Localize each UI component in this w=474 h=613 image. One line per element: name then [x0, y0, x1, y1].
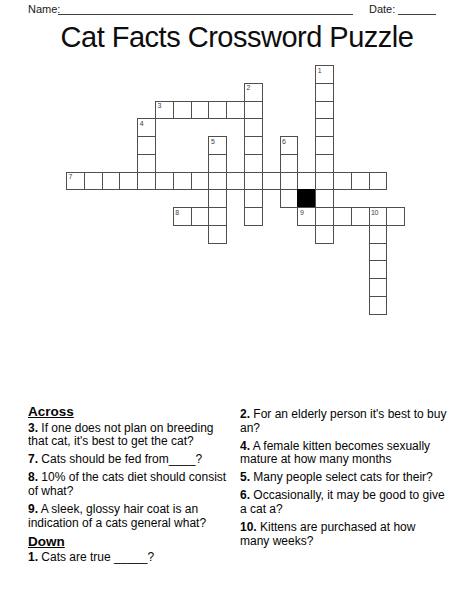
grid-cell[interactable]	[262, 172, 281, 191]
clue-number: 4.	[240, 439, 250, 453]
cell-number: 6	[282, 138, 285, 145]
grid-cell[interactable]	[280, 154, 299, 173]
cell-number: 3	[158, 102, 161, 109]
clue-column-right: 2. For an elderly person it's best to bu…	[240, 408, 447, 553]
grid-cell[interactable]	[333, 172, 352, 191]
cell-number: 4	[140, 120, 143, 127]
grid-cell[interactable]	[369, 296, 388, 315]
clue-down-6: 6. Occasionally, it may be good to give …	[240, 489, 447, 516]
down-header: Down	[28, 535, 228, 549]
grid-cell[interactable]: 3	[155, 101, 174, 120]
grid-cell[interactable]: 7	[66, 172, 85, 191]
grid-cell[interactable]	[173, 101, 192, 120]
grid-cell[interactable]: 9	[297, 207, 316, 226]
grid-cell[interactable]	[208, 101, 227, 120]
clue-across-8: 8. 10% of the cats diet should consist o…	[28, 471, 228, 498]
cell-number: 1	[318, 67, 321, 74]
grid-cell[interactable]	[191, 172, 210, 191]
grid-cell[interactable]	[244, 136, 263, 155]
clue-number: 3.	[28, 421, 38, 435]
grid-cell[interactable]: 6	[280, 136, 299, 155]
grid-cell[interactable]	[244, 207, 263, 226]
clue-across-3: 3. If one does not plan on breeding that…	[28, 422, 228, 449]
grid-cell[interactable]	[386, 207, 405, 226]
grid-cell[interactable]	[208, 154, 227, 173]
cell-number: 9	[300, 209, 303, 216]
clue-across-7: 7. Cats should be fed from____?	[28, 453, 228, 467]
grid-cell[interactable]	[208, 189, 227, 208]
grid-cell[interactable]: 10	[369, 207, 388, 226]
grid-cell[interactable]: 5	[208, 136, 227, 155]
across-header: Across	[28, 405, 228, 419]
grid-cell[interactable]: 8	[173, 207, 192, 226]
grid-cell[interactable]: 1	[315, 65, 334, 84]
grid-cell[interactable]	[315, 225, 334, 244]
grid-cell[interactable]	[84, 172, 103, 191]
grid-cell[interactable]	[208, 172, 227, 191]
clue-number: 9.	[28, 502, 38, 516]
grid-cell[interactable]	[173, 172, 192, 191]
grid-cell[interactable]	[226, 172, 245, 191]
grid-cell[interactable]	[297, 172, 316, 191]
grid-cell[interactable]	[137, 172, 156, 191]
grid-cell[interactable]	[369, 278, 388, 297]
grid-cell[interactable]	[351, 207, 370, 226]
grid-cell[interactable]	[333, 207, 352, 226]
clue-number: 7.	[28, 452, 38, 466]
clue-down-5: 5. Many people select cats for their?	[240, 471, 447, 485]
grid-cell[interactable]	[369, 260, 388, 279]
grid-cell[interactable]: 2	[244, 83, 263, 102]
grid-cell[interactable]	[137, 136, 156, 155]
grid-cell[interactable]	[315, 189, 334, 208]
cell-number: 8	[175, 209, 178, 216]
grid-cell[interactable]	[191, 207, 210, 226]
clue-number: 10.	[240, 520, 257, 534]
cell-number: 5	[211, 138, 214, 145]
grid-cell[interactable]	[244, 172, 263, 191]
grid-cell[interactable]	[119, 172, 138, 191]
grid-cell[interactable]	[137, 154, 156, 173]
grid-cell[interactable]	[315, 118, 334, 137]
clue-number: 2.	[240, 407, 250, 421]
name-blank-line	[58, 13, 353, 15]
clue-number: 8.	[28, 470, 38, 484]
grid-cell[interactable]	[208, 225, 227, 244]
grid-cell[interactable]	[369, 172, 388, 191]
black-cell	[297, 189, 316, 208]
grid-cell[interactable]	[226, 101, 245, 120]
grid-cell[interactable]	[369, 225, 388, 244]
grid-cell[interactable]	[315, 207, 334, 226]
grid-cell[interactable]	[351, 172, 370, 191]
cell-number: 10	[371, 209, 378, 216]
clue-down-2: 2. For an elderly person it's best to bu…	[240, 408, 447, 435]
clue-number: 1.	[28, 550, 38, 564]
clue-number: 6.	[240, 488, 250, 502]
cell-number: 7	[69, 173, 72, 180]
clue-across-9: 9. A sleek, glossy hair coat is an indic…	[28, 503, 228, 530]
grid-cell[interactable]	[315, 136, 334, 155]
grid-cell[interactable]	[315, 172, 334, 191]
worksheet-page: { "header": { "name_label": "Name:", "da…	[0, 0, 474, 613]
grid-cell[interactable]	[315, 154, 334, 173]
grid-cell[interactable]	[155, 172, 174, 191]
grid-cell[interactable]	[102, 172, 121, 191]
clue-number: 5.	[240, 470, 250, 484]
grid-cell[interactable]	[244, 154, 263, 173]
grid-cell[interactable]	[208, 207, 227, 226]
clue-down-10: 10. Kittens are purchased at how many we…	[240, 521, 447, 548]
grid-cell[interactable]: 4	[137, 118, 156, 137]
grid-cell[interactable]	[191, 101, 210, 120]
grid-cell[interactable]	[244, 101, 263, 120]
grid-cell[interactable]	[369, 243, 388, 262]
cell-number: 2	[247, 84, 250, 91]
page-title: Cat Facts Crossword Puzzle	[0, 21, 474, 54]
grid-cell[interactable]	[315, 101, 334, 120]
date-label: Date:	[369, 3, 395, 15]
grid-cell[interactable]	[280, 189, 299, 208]
date-blank-line	[398, 13, 436, 15]
clue-down-1: 1. Cats are true _____?	[28, 551, 228, 565]
crossword-grid: 12345678910	[66, 65, 406, 315]
grid-cell[interactable]	[280, 172, 299, 191]
clue-down-4: 4. A female kitten becomes sexually matu…	[240, 440, 447, 467]
grid-cell[interactable]	[244, 118, 263, 137]
grid-cell[interactable]	[244, 189, 263, 208]
clue-column-left: Across3. If one does not plan on breedin…	[28, 404, 228, 569]
grid-cell[interactable]	[315, 83, 334, 102]
name-label: Name:	[28, 3, 60, 15]
